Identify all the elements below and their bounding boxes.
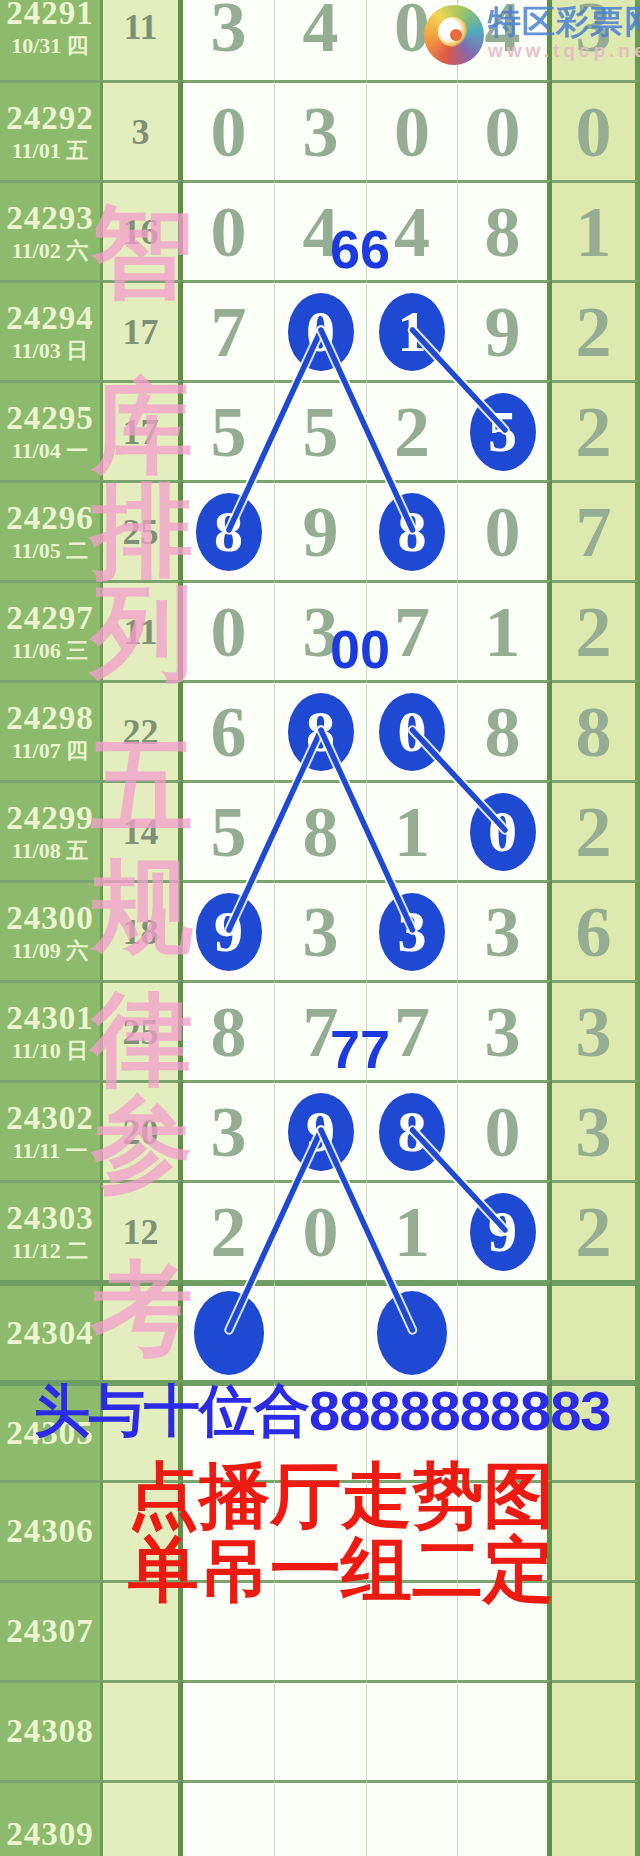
pair-annotation-66: 66: [295, 222, 425, 276]
site-url: www.tqcp.net: [488, 40, 640, 62]
footer-blue-tip: 头与十位合8888888883: [34, 1383, 610, 1439]
site-logo: 特区彩票网 www.tqcp.net: [424, 5, 640, 65]
footer-red-line1: 点播厅走势图: [128, 1460, 554, 1531]
pailie5-trend-chart: 智库排列五规律参考 2429110/31 四11340432429211/01 …: [0, 0, 640, 1856]
swirl-icon: [424, 5, 484, 65]
site-name: 特区彩票网: [488, 5, 640, 40]
footer-red-line2: 单吊一组二定: [128, 1534, 554, 1605]
site-logo-text: 特区彩票网 www.tqcp.net: [488, 5, 640, 62]
pair-annotation-77: 77: [295, 1022, 425, 1076]
pair-annotation-00: 00: [295, 622, 425, 676]
